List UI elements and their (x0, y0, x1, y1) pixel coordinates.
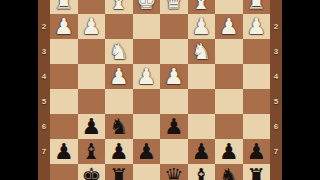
square-d3 (160, 39, 188, 64)
square-a1: ♜ (243, 0, 271, 14)
square-g7: ♝ (78, 139, 106, 164)
piece-black-bishop: ♝ (191, 164, 211, 180)
rank-strip-right: 234567 (270, 0, 282, 180)
piece-white-pawn: ♟ (191, 14, 211, 39)
square-f3: ♞ (105, 39, 133, 64)
square-e4: ♟ (133, 64, 161, 89)
square-b5 (215, 89, 243, 114)
square-c4 (188, 64, 216, 89)
square-g2: ♟ (78, 14, 106, 39)
square-b4 (215, 64, 243, 89)
square-b3 (215, 39, 243, 64)
board-grid: ♜♝♚♛♝♜♟♟♟♟♟♞♞♟♟♟♟♞♟♟♝♟♟♟♟♟♚♜♛♝♞♜ (50, 0, 270, 180)
square-h1: ♜ (50, 0, 78, 14)
square-c6 (188, 114, 216, 139)
square-d1: ♛ (160, 0, 188, 14)
square-c8: ♝ (188, 164, 216, 180)
rank-label (270, 0, 282, 14)
square-b7: ♟ (215, 139, 243, 164)
square-c1: ♝ (188, 0, 216, 14)
letterbox-left (0, 0, 38, 180)
square-d7 (160, 139, 188, 164)
chessboard: 234567 ♜♝♚♛♝♜♟♟♟♟♟♞♞♟♟♟♟♞♟♟♝♟♟♟♟♟♚♜♛♝♞♜ … (38, 0, 282, 180)
piece-black-pawn: ♟ (81, 114, 101, 139)
piece-black-pawn: ♟ (54, 139, 74, 164)
square-f6: ♞ (105, 114, 133, 139)
square-f4: ♟ (105, 64, 133, 89)
piece-white-pawn: ♟ (219, 14, 239, 39)
piece-white-pawn: ♟ (164, 64, 184, 89)
piece-white-bishop: ♝ (109, 0, 129, 14)
square-b2: ♟ (215, 14, 243, 39)
square-f1: ♝ (105, 0, 133, 14)
square-g3 (78, 39, 106, 64)
piece-black-pawn: ♟ (191, 139, 211, 164)
square-e2 (133, 14, 161, 39)
rank-label: 4 (38, 64, 50, 89)
rank-label: 5 (38, 89, 50, 114)
rank-label: 7 (38, 139, 50, 164)
rank-label: 5 (270, 89, 282, 114)
square-c5 (188, 89, 216, 114)
square-a2: ♟ (243, 14, 271, 39)
piece-black-knight: ♞ (109, 114, 129, 139)
square-a4 (243, 64, 271, 89)
piece-white-bishop: ♝ (191, 0, 211, 14)
rank-label: 6 (270, 114, 282, 139)
square-h4 (50, 64, 78, 89)
piece-black-rook: ♜ (109, 164, 129, 180)
video-frame: 234567 ♜♝♚♛♝♜♟♟♟♟♟♞♞♟♟♟♟♞♟♟♝♟♟♟♟♟♚♜♛♝♞♜ … (0, 0, 320, 180)
letterbox-right (282, 0, 320, 180)
square-c7: ♟ (188, 139, 216, 164)
rank-label: 3 (38, 39, 50, 64)
square-b6 (215, 114, 243, 139)
square-c2: ♟ (188, 14, 216, 39)
rank-label (270, 164, 282, 180)
square-f7: ♟ (105, 139, 133, 164)
square-h2: ♟ (50, 14, 78, 39)
square-h7: ♟ (50, 139, 78, 164)
piece-black-pawn: ♟ (246, 139, 266, 164)
square-a6 (243, 114, 271, 139)
rank-label: 4 (270, 64, 282, 89)
square-d8: ♛ (160, 164, 188, 180)
piece-white-rook: ♜ (246, 0, 266, 14)
square-d5 (160, 89, 188, 114)
square-a8: ♜ (243, 164, 271, 180)
square-a5 (243, 89, 271, 114)
piece-white-king: ♚ (136, 0, 156, 14)
square-e5 (133, 89, 161, 114)
square-a7: ♟ (243, 139, 271, 164)
square-a3 (243, 39, 271, 64)
rank-strip-left: 234567 (38, 0, 50, 180)
rank-label (38, 164, 50, 180)
square-d4: ♟ (160, 64, 188, 89)
square-f5 (105, 89, 133, 114)
square-e1: ♚ (133, 0, 161, 14)
piece-white-pawn: ♟ (54, 14, 74, 39)
square-g1 (78, 0, 106, 14)
piece-black-pawn: ♟ (109, 139, 129, 164)
piece-black-queen: ♛ (164, 164, 184, 180)
rank-label: 7 (270, 139, 282, 164)
rank-label (38, 0, 50, 14)
square-f8: ♜ (105, 164, 133, 180)
square-e8 (133, 164, 161, 180)
piece-white-pawn: ♟ (136, 64, 156, 89)
square-h3 (50, 39, 78, 64)
piece-white-pawn: ♟ (81, 14, 101, 39)
square-d6: ♟ (160, 114, 188, 139)
piece-white-pawn: ♟ (246, 14, 266, 39)
square-g4 (78, 64, 106, 89)
square-h5 (50, 89, 78, 114)
rank-label: 2 (38, 14, 50, 39)
square-e6 (133, 114, 161, 139)
piece-white-knight: ♞ (191, 39, 211, 64)
square-g6: ♟ (78, 114, 106, 139)
rank-label: 6 (38, 114, 50, 139)
rank-label: 2 (270, 14, 282, 39)
square-b1 (215, 0, 243, 14)
square-e3 (133, 39, 161, 64)
piece-white-rook: ♜ (54, 0, 74, 14)
square-c3: ♞ (188, 39, 216, 64)
piece-black-knight: ♞ (219, 164, 239, 180)
square-h8 (50, 164, 78, 180)
square-e7: ♟ (133, 139, 161, 164)
square-g5 (78, 89, 106, 114)
square-h6 (50, 114, 78, 139)
piece-black-king: ♚ (81, 164, 101, 180)
piece-white-pawn: ♟ (109, 64, 129, 89)
piece-white-queen: ♛ (164, 0, 184, 14)
piece-black-pawn: ♟ (219, 139, 239, 164)
square-b8: ♞ (215, 164, 243, 180)
rank-label: 3 (270, 39, 282, 64)
square-d2 (160, 14, 188, 39)
square-f2 (105, 14, 133, 39)
piece-black-rook: ♜ (246, 164, 266, 180)
square-g8: ♚ (78, 164, 106, 180)
piece-white-knight: ♞ (109, 39, 129, 64)
piece-black-pawn: ♟ (164, 114, 184, 139)
piece-black-bishop: ♝ (81, 139, 101, 164)
piece-black-pawn: ♟ (136, 139, 156, 164)
